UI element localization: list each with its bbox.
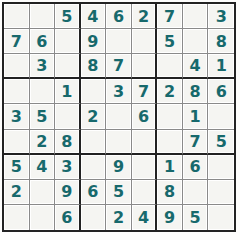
- cell-r8c8[interactable]: [183, 180, 209, 205]
- cell-r5c5[interactable]: [106, 104, 132, 129]
- cell-r6c2[interactable]: 2: [30, 130, 56, 155]
- cell-r9c3[interactable]: 6: [55, 205, 81, 230]
- cell-r4c8[interactable]: 8: [183, 79, 209, 104]
- cell-r8c4[interactable]: 6: [81, 180, 107, 205]
- cell-r2c7[interactable]: 5: [157, 29, 183, 54]
- cell-r8c6[interactable]: [132, 180, 158, 205]
- cell-r4c6[interactable]: 7: [132, 79, 158, 104]
- sudoku-board: 5462737695838741137286352612875543916296…: [2, 2, 236, 232]
- cell-r7c2[interactable]: 4: [30, 155, 56, 180]
- cell-r3c2[interactable]: 3: [30, 54, 56, 79]
- cell-r6c7[interactable]: [157, 130, 183, 155]
- cell-r4c9[interactable]: 6: [208, 79, 234, 104]
- cell-r3c9[interactable]: 1: [208, 54, 234, 79]
- cell-r7c3[interactable]: 3: [55, 155, 81, 180]
- cell-r3c8[interactable]: 4: [183, 54, 209, 79]
- cell-r7c7[interactable]: 1: [157, 155, 183, 180]
- cell-r4c4[interactable]: [81, 79, 107, 104]
- cell-r3c7[interactable]: [157, 54, 183, 79]
- cell-r9c6[interactable]: 4: [132, 205, 158, 230]
- cell-r1c4[interactable]: 4: [81, 4, 107, 29]
- cell-r8c9[interactable]: [208, 180, 234, 205]
- cell-r9c1[interactable]: [4, 205, 30, 230]
- cell-r5c6[interactable]: 6: [132, 104, 158, 129]
- cell-r2c9[interactable]: 8: [208, 29, 234, 54]
- cell-r6c8[interactable]: 7: [183, 130, 209, 155]
- cell-r3c4[interactable]: 8: [81, 54, 107, 79]
- cell-r8c2[interactable]: [30, 180, 56, 205]
- cell-r1c3[interactable]: 5: [55, 4, 81, 29]
- cell-r8c5[interactable]: 5: [106, 180, 132, 205]
- cell-r9c8[interactable]: 5: [183, 205, 209, 230]
- cell-r6c4[interactable]: [81, 130, 107, 155]
- cell-r1c5[interactable]: 6: [106, 4, 132, 29]
- cell-r5c8[interactable]: 1: [183, 104, 209, 129]
- cell-r5c3[interactable]: [55, 104, 81, 129]
- cell-r6c5[interactable]: [106, 130, 132, 155]
- cell-r1c6[interactable]: 2: [132, 4, 158, 29]
- cell-r1c1[interactable]: [4, 4, 30, 29]
- cell-r4c7[interactable]: 2: [157, 79, 183, 104]
- cell-r2c8[interactable]: [183, 29, 209, 54]
- cell-r5c9[interactable]: [208, 104, 234, 129]
- cell-r3c3[interactable]: [55, 54, 81, 79]
- cell-r2c1[interactable]: 7: [4, 29, 30, 54]
- cell-r5c2[interactable]: 5: [30, 104, 56, 129]
- cell-r8c3[interactable]: 9: [55, 180, 81, 205]
- cell-r1c2[interactable]: [30, 4, 56, 29]
- cell-r9c2[interactable]: [30, 205, 56, 230]
- cell-r3c1[interactable]: [4, 54, 30, 79]
- cell-r6c1[interactable]: [4, 130, 30, 155]
- cell-r5c7[interactable]: [157, 104, 183, 129]
- cell-r5c1[interactable]: 3: [4, 104, 30, 129]
- cell-r4c1[interactable]: [4, 79, 30, 104]
- cell-r7c8[interactable]: 6: [183, 155, 209, 180]
- cell-r9c5[interactable]: 2: [106, 205, 132, 230]
- cell-r1c8[interactable]: [183, 4, 209, 29]
- sudoku-board-container: 5462737695838741137286352612875543916296…: [2, 2, 236, 232]
- cell-r7c4[interactable]: [81, 155, 107, 180]
- cell-r8c1[interactable]: 2: [4, 180, 30, 205]
- cell-r9c9[interactable]: [208, 205, 234, 230]
- cell-r7c1[interactable]: 5: [4, 155, 30, 180]
- cell-r4c5[interactable]: 3: [106, 79, 132, 104]
- cell-r4c3[interactable]: 1: [55, 79, 81, 104]
- cell-r2c4[interactable]: 9: [81, 29, 107, 54]
- cell-r6c6[interactable]: [132, 130, 158, 155]
- cell-r6c3[interactable]: 8: [55, 130, 81, 155]
- cell-r3c6[interactable]: [132, 54, 158, 79]
- cell-r2c3[interactable]: [55, 29, 81, 54]
- cell-r3c5[interactable]: 7: [106, 54, 132, 79]
- cell-r2c2[interactable]: 6: [30, 29, 56, 54]
- cell-r1c7[interactable]: 7: [157, 4, 183, 29]
- cell-r5c4[interactable]: 2: [81, 104, 107, 129]
- cell-r9c7[interactable]: 9: [157, 205, 183, 230]
- cell-r2c6[interactable]: [132, 29, 158, 54]
- cell-r1c9[interactable]: 3: [208, 4, 234, 29]
- cell-r9c4[interactable]: [81, 205, 107, 230]
- cell-r7c5[interactable]: 9: [106, 155, 132, 180]
- cell-r4c2[interactable]: [30, 79, 56, 104]
- cell-r7c6[interactable]: [132, 155, 158, 180]
- cell-r7c9[interactable]: [208, 155, 234, 180]
- cell-r6c9[interactable]: 5: [208, 130, 234, 155]
- cell-r2c5[interactable]: [106, 29, 132, 54]
- cell-r8c7[interactable]: 8: [157, 180, 183, 205]
